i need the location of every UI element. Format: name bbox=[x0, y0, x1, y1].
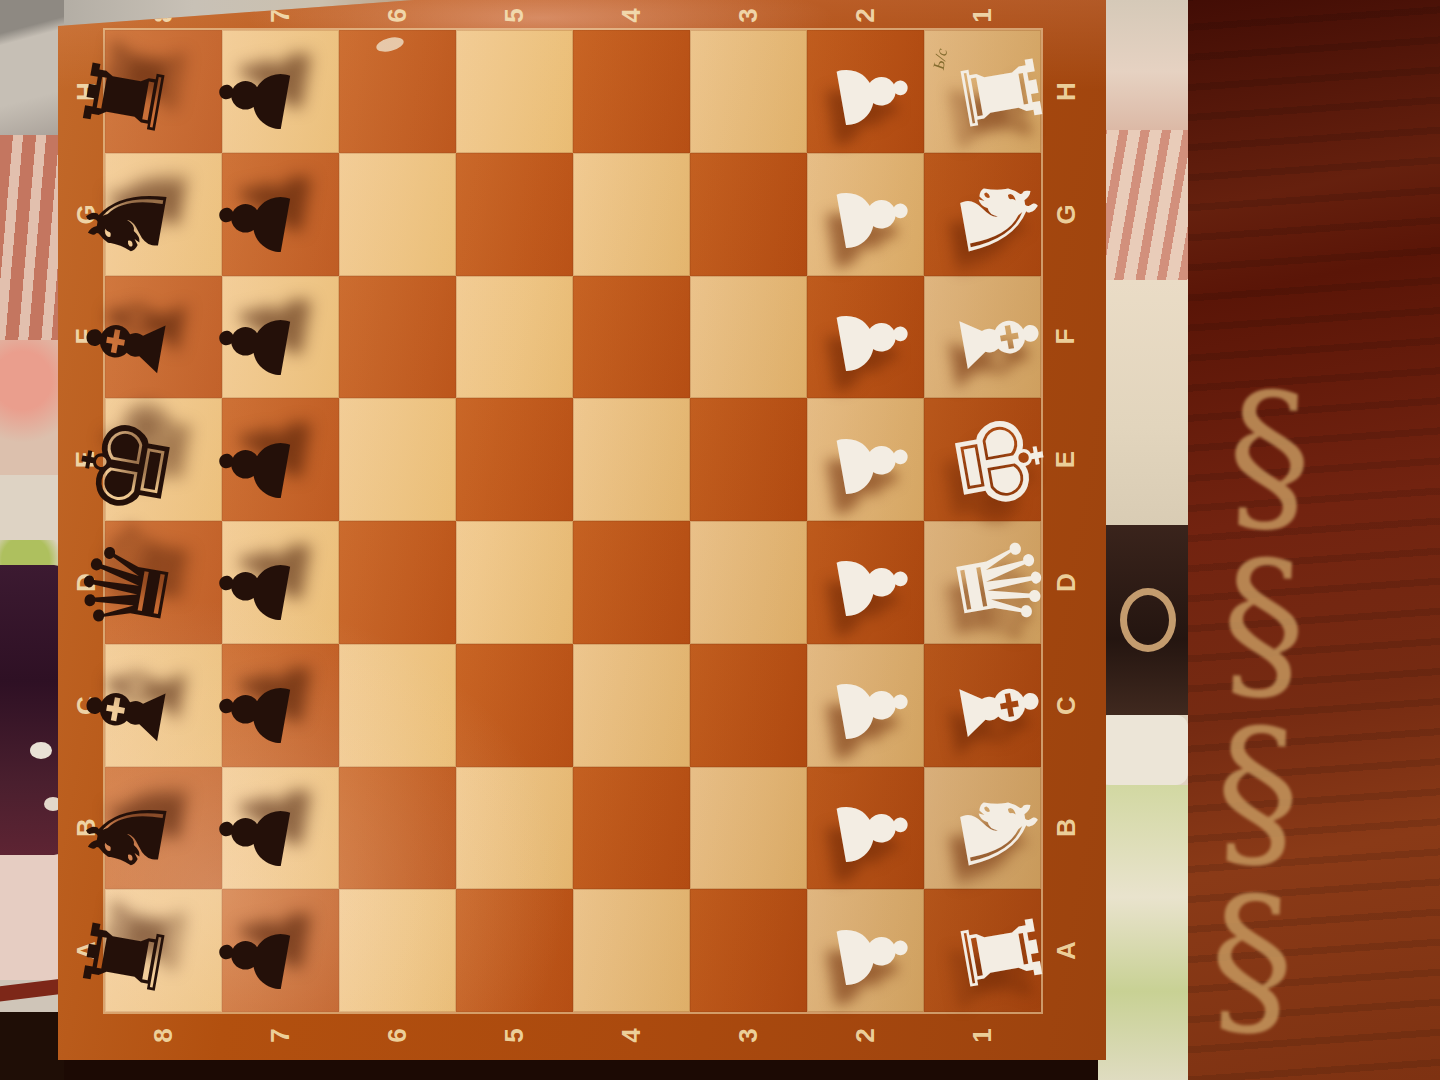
black-rook-h8[interactable]: ♜ bbox=[68, 45, 182, 151]
black-pawn-f7[interactable]: ♟ bbox=[202, 294, 307, 391]
white-pawn-a2[interactable]: ♟ bbox=[819, 904, 924, 1001]
white-pawn-e2[interactable]: ♟ bbox=[819, 413, 924, 510]
dark-photo-object bbox=[0, 565, 64, 855]
rank-label-cell: 1 bbox=[924, 1012, 1041, 1058]
rank-label-cell: 1 bbox=[924, 0, 1041, 30]
table-inlay-scroll-ornament: § § § § bbox=[1172, 370, 1347, 1080]
black-pawn-e7[interactable]: ♟ bbox=[202, 417, 307, 514]
white-pawn-c2[interactable]: ♟ bbox=[819, 659, 924, 756]
white-pawn-f2[interactable]: ♟ bbox=[819, 290, 924, 387]
white-rook-a1[interactable]: ♜ bbox=[941, 900, 1055, 1006]
rank-label: 3 bbox=[733, 1028, 764, 1042]
white-pawn-d2[interactable]: ♟ bbox=[819, 536, 924, 633]
white-spot bbox=[30, 742, 52, 759]
white-bishop-c1[interactable]: ♝ bbox=[939, 652, 1058, 762]
rank-label: 1 bbox=[967, 1028, 998, 1042]
cloth-patch bbox=[1098, 280, 1188, 525]
white-knight-g1[interactable]: ♞ bbox=[939, 161, 1058, 271]
tablecloth-strip-right bbox=[1098, 0, 1188, 1080]
white-knight-b1[interactable]: ♞ bbox=[939, 775, 1058, 885]
rank-label: 4 bbox=[616, 8, 647, 22]
rank-labels-bottom: 87654321 bbox=[105, 1012, 1041, 1058]
white-queen-d1[interactable]: ♛ bbox=[935, 525, 1063, 643]
white-pawn-b2[interactable]: ♟ bbox=[819, 781, 924, 878]
rank-label-cell: 7 bbox=[222, 1012, 339, 1058]
rank-label-cell: 2 bbox=[807, 0, 924, 30]
rank-label: 5 bbox=[499, 1028, 530, 1042]
rank-label: 2 bbox=[850, 8, 881, 22]
rank-label-cell: 5 bbox=[456, 1012, 573, 1058]
black-bishop-c8[interactable]: ♝ bbox=[66, 656, 185, 766]
rank-label: 8 bbox=[148, 1028, 179, 1042]
cloth-patch bbox=[1098, 0, 1188, 130]
white-bishop-f1[interactable]: ♝ bbox=[939, 284, 1058, 394]
black-king-e8[interactable]: ♚ bbox=[59, 404, 191, 527]
striped-object bbox=[0, 135, 64, 340]
black-pawn-h7[interactable]: ♟ bbox=[202, 49, 307, 146]
white-pawn-h2[interactable]: ♟ bbox=[819, 45, 924, 142]
rank-label-cell: 4 bbox=[573, 1012, 690, 1058]
rank-label-cell: 2 bbox=[807, 1012, 924, 1058]
black-knight-g8[interactable]: ♞ bbox=[66, 165, 185, 275]
gray-object bbox=[0, 0, 64, 135]
photo-scene: § § § § 87654321 87654321 HGFEDCBA HGFED… bbox=[0, 0, 1440, 1080]
pink-object bbox=[0, 340, 64, 475]
background-objects-left bbox=[0, 0, 64, 1080]
green-cloth-patch bbox=[1098, 785, 1188, 1080]
rank-label-cell: 6 bbox=[339, 0, 456, 30]
rank-label: 4 bbox=[616, 1028, 647, 1042]
black-rook-a8[interactable]: ♜ bbox=[68, 904, 182, 1010]
black-pawn-a7[interactable]: ♟ bbox=[202, 908, 307, 1005]
black-pawn-c7[interactable]: ♟ bbox=[202, 663, 307, 760]
rank-label: 5 bbox=[499, 8, 530, 22]
chess-board: 87654321 87654321 HGFEDCBA HGFEDCBA Ь/с … bbox=[58, 0, 1106, 1060]
white-rook-h1[interactable]: ♜ bbox=[941, 41, 1055, 147]
rank-label-cell: 8 bbox=[105, 1012, 222, 1058]
black-knight-b8[interactable]: ♞ bbox=[66, 779, 185, 889]
rank-label: 1 bbox=[967, 8, 998, 22]
key-ring bbox=[1120, 588, 1176, 652]
table-shadow bbox=[0, 1012, 64, 1080]
rank-label-cell: 5 bbox=[456, 0, 573, 30]
black-pawn-g7[interactable]: ♟ bbox=[202, 172, 307, 269]
rank-label: 6 bbox=[382, 8, 413, 22]
pieces-layer: ♜♞♝♚♛♝♞♜♟♟♟♟♟♟♟♟♟♟♟♟♟♟♟♟♜♞♝♚♛♝♞♜ bbox=[105, 30, 1041, 1012]
rank-label-cell: 6 bbox=[339, 1012, 456, 1058]
rank-label-cell: 3 bbox=[690, 1012, 807, 1058]
pink-cloth-patch bbox=[0, 855, 64, 980]
rank-label: 6 bbox=[382, 1028, 413, 1042]
black-bishop-f8[interactable]: ♝ bbox=[66, 288, 185, 398]
rank-label: 7 bbox=[265, 1028, 296, 1042]
black-queen-d8[interactable]: ♛ bbox=[62, 529, 190, 647]
rank-label-cell: 3 bbox=[690, 0, 807, 30]
rank-label: 2 bbox=[850, 1028, 881, 1042]
white-king-e1[interactable]: ♚ bbox=[932, 400, 1064, 523]
black-pawn-b7[interactable]: ♟ bbox=[202, 785, 307, 882]
white-object bbox=[1098, 715, 1188, 785]
black-pawn-d7[interactable]: ♟ bbox=[202, 540, 307, 637]
white-pawn-g2[interactable]: ♟ bbox=[819, 168, 924, 265]
rank-label-cell: 4 bbox=[573, 0, 690, 30]
cloth-floral-patch bbox=[1098, 130, 1188, 280]
rank-label: 3 bbox=[733, 8, 764, 22]
